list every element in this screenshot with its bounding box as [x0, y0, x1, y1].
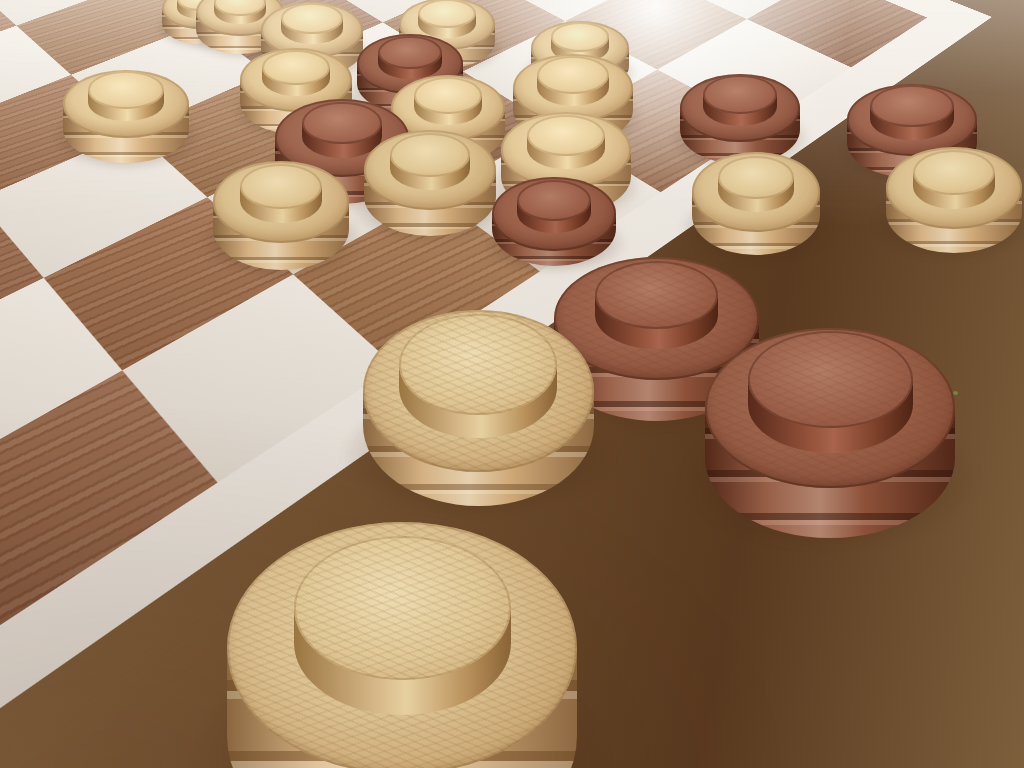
checker-light-b5[interactable]	[213, 161, 349, 278]
checker-light-d3[interactable]	[227, 522, 577, 768]
checker-light-d4[interactable]	[363, 310, 594, 514]
checker-light-c5[interactable]	[364, 130, 496, 244]
piece-button-top-face	[595, 261, 718, 329]
piece-button-top-face	[88, 71, 164, 109]
piece-button-top-face	[281, 3, 342, 34]
piece-button-top-face	[399, 314, 556, 415]
piece-button-top-face	[551, 22, 610, 52]
piece-button-top-face	[748, 331, 913, 428]
piece-button-top-face	[527, 115, 605, 157]
checkers-photo-scene	[0, 0, 1024, 768]
piece-button-top-face	[913, 150, 995, 195]
checker-light-h6[interactable]	[886, 147, 1022, 261]
piece-button-top-face	[537, 56, 609, 94]
checker-light-f6[interactable]	[692, 152, 820, 262]
piece-button-top-face	[414, 77, 482, 113]
piece-button-top-face	[240, 164, 322, 209]
piece-button-top-face	[870, 85, 953, 127]
piece-button-top-face	[262, 50, 329, 85]
piece-button-top-face	[703, 75, 777, 114]
piece-button-top-face	[418, 0, 476, 28]
pieces-layer	[0, 0, 1024, 768]
piece-button-top-face	[390, 133, 469, 177]
checker-light-a7[interactable]	[63, 70, 189, 171]
checker-dark-g4[interactable]	[705, 328, 955, 546]
piece-button-top-face	[378, 36, 442, 69]
piece-button-top-face	[294, 536, 511, 680]
piece-button-top-face	[517, 180, 591, 221]
